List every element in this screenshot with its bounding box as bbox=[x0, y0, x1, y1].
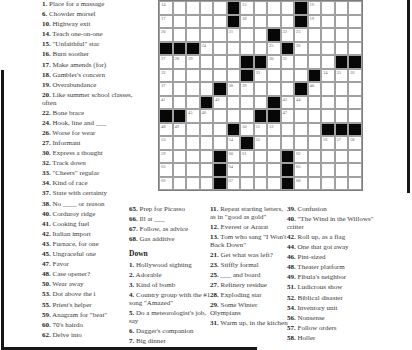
clue-item: 47. Favor bbox=[42, 261, 143, 269]
clue-number: 52. bbox=[287, 294, 296, 302]
clue-item: 18. Gambler's concern bbox=[42, 72, 143, 80]
white-square bbox=[281, 136, 295, 150]
clue-item: 2. Adorable bbox=[129, 272, 215, 280]
clue-item: 42. Italian import bbox=[42, 231, 143, 239]
black-square bbox=[335, 123, 349, 137]
cell-number: 40 bbox=[310, 83, 315, 88]
clue-item: 7. Big dinner bbox=[129, 338, 215, 346]
white-square bbox=[321, 150, 335, 164]
white-square: 29 bbox=[186, 55, 200, 69]
clue-item: 4. Country group with the #1 song "Amaze… bbox=[129, 292, 215, 308]
clue-number: 3. bbox=[129, 281, 134, 289]
white-square: 62 bbox=[294, 150, 308, 164]
cell-number: 14 bbox=[161, 2, 166, 7]
clue-number: 29. bbox=[210, 301, 219, 309]
clue-number: 48. bbox=[42, 270, 51, 278]
clue-item: 1. Hollywood sighting bbox=[129, 262, 215, 270]
white-square: 16 bbox=[308, 1, 322, 15]
cell-number: 52 bbox=[269, 124, 274, 129]
white-square bbox=[227, 96, 241, 110]
white-square bbox=[267, 163, 281, 177]
clue-number: 47. bbox=[42, 260, 51, 268]
clue-item: 17. Make amends (for) bbox=[42, 62, 143, 70]
cell-number: 59 bbox=[161, 151, 166, 156]
white-square bbox=[200, 177, 214, 191]
clue-item: 60. 70's hairdo bbox=[42, 322, 143, 330]
down-clue-list-1: 1. Hollywood sighting2. Adorable3. Kind … bbox=[129, 262, 215, 346]
clue-number: 58. bbox=[287, 334, 296, 342]
clue-number: 25. bbox=[210, 271, 219, 279]
cell-number: 25 bbox=[269, 43, 274, 48]
clue-number: 54. bbox=[287, 304, 296, 312]
clue-item: 31. Warm up, in the kitchen bbox=[210, 320, 289, 328]
white-square bbox=[254, 177, 268, 191]
clue-number: 57. bbox=[287, 324, 296, 332]
white-square: 44 bbox=[294, 96, 308, 110]
white-square bbox=[335, 42, 349, 56]
white-square bbox=[173, 15, 187, 29]
white-square bbox=[308, 55, 322, 69]
clue-number: 1. bbox=[42, 0, 47, 8]
across-clue-list-tail: 65. Prep for Picasso66. Ill at ___67. Fo… bbox=[129, 206, 215, 244]
white-square bbox=[200, 150, 214, 164]
clue-number: 21. bbox=[210, 251, 219, 259]
white-square bbox=[348, 82, 362, 96]
clue-item: 20. Like summer school classes, often bbox=[42, 92, 143, 108]
black-square bbox=[227, 15, 241, 29]
cell-number: 33 bbox=[256, 70, 261, 75]
white-square bbox=[308, 177, 322, 191]
white-square: 59 bbox=[159, 150, 173, 164]
clue-number: 16. bbox=[42, 50, 51, 58]
white-square bbox=[281, 15, 295, 29]
white-square bbox=[294, 136, 308, 150]
clue-item: 29. Some Winter Olympians bbox=[210, 302, 289, 318]
white-square bbox=[308, 42, 322, 56]
cell-number: 65 bbox=[296, 164, 301, 169]
white-square bbox=[348, 42, 362, 56]
white-square bbox=[200, 28, 214, 42]
white-square: 66 bbox=[159, 177, 173, 191]
white-square bbox=[308, 163, 322, 177]
clue-item: 40. Corduroy ridge bbox=[42, 211, 143, 219]
clue-item: 45. Ungraceful one bbox=[42, 251, 143, 259]
black-square bbox=[240, 136, 254, 150]
clue-number: 41. bbox=[42, 220, 51, 228]
white-square bbox=[308, 123, 322, 137]
white-square bbox=[335, 1, 349, 15]
clue-number: 10. bbox=[42, 20, 51, 28]
white-square: 51 bbox=[254, 123, 268, 137]
white-square bbox=[213, 28, 227, 42]
white-square bbox=[240, 109, 254, 123]
clue-item: 54. Inventory unit bbox=[287, 305, 379, 313]
white-square bbox=[173, 1, 187, 15]
white-square bbox=[186, 177, 200, 191]
cell-number: 53 bbox=[161, 137, 166, 142]
white-square bbox=[213, 109, 227, 123]
white-square bbox=[227, 42, 241, 56]
clue-number: 19. bbox=[42, 81, 51, 89]
clue-number: 6. bbox=[129, 327, 134, 335]
clue-item: 50. Wear away bbox=[42, 281, 143, 289]
clue-number: 37. bbox=[42, 189, 51, 197]
white-square bbox=[335, 96, 349, 110]
clue-item: 24. Hook, line and ___ bbox=[42, 120, 143, 128]
white-square: 57 bbox=[335, 136, 349, 150]
clue-item: 23. Stiffly formal bbox=[210, 262, 289, 270]
cell-number: 27 bbox=[161, 56, 166, 61]
white-square: 36 bbox=[348, 69, 362, 83]
white-square bbox=[200, 69, 214, 83]
cell-number: 18 bbox=[242, 16, 247, 21]
clue-item: 27. Informant bbox=[42, 140, 143, 148]
clue-item: 53. Dot above the i bbox=[42, 291, 143, 299]
across-clue-list: 1. Place for a massage6. Chowder morsel1… bbox=[42, 1, 143, 342]
clue-number: 7. bbox=[129, 337, 134, 345]
clue-item: 1. Place for a massage bbox=[42, 1, 143, 9]
clue-item: 51. Ludicrous show bbox=[287, 284, 379, 292]
clue-number: 14. bbox=[42, 30, 51, 38]
clue-number: 18. bbox=[42, 71, 51, 79]
white-square: 20 bbox=[159, 28, 173, 42]
white-square: 43 bbox=[281, 96, 295, 110]
cell-number: 20 bbox=[161, 29, 166, 34]
black-square bbox=[294, 15, 308, 29]
white-square: 27 bbox=[159, 55, 173, 69]
white-square bbox=[200, 82, 214, 96]
clue-number: 42. bbox=[287, 233, 296, 241]
clue-number: 31. bbox=[210, 319, 219, 327]
white-square bbox=[267, 82, 281, 96]
clue-item: 56. Nonsense bbox=[287, 315, 379, 323]
clue-item: 65. Prep for Picasso bbox=[129, 206, 215, 214]
white-square bbox=[254, 28, 268, 42]
white-square: 40 bbox=[308, 82, 322, 96]
clue-number: 49. bbox=[287, 273, 296, 281]
white-square: 38 bbox=[227, 82, 241, 96]
white-square: 19 bbox=[308, 15, 322, 29]
white-square bbox=[267, 150, 281, 164]
white-square bbox=[321, 82, 335, 96]
white-square: 46 bbox=[200, 109, 214, 123]
clue-number: 66. bbox=[129, 215, 138, 223]
black-square bbox=[321, 123, 335, 137]
cell-number: 44 bbox=[296, 97, 301, 102]
white-square bbox=[173, 69, 187, 83]
white-square: 55 bbox=[254, 136, 268, 150]
white-square bbox=[186, 69, 200, 83]
white-square bbox=[267, 69, 281, 83]
black-square bbox=[159, 109, 173, 123]
white-square bbox=[213, 42, 227, 56]
white-square: 37 bbox=[159, 82, 173, 96]
white-square: 54 bbox=[227, 136, 241, 150]
white-square bbox=[254, 15, 268, 29]
crossword-grid: 1415161718192021222324252627282930313233… bbox=[158, 0, 363, 191]
white-square bbox=[254, 82, 268, 96]
white-square bbox=[173, 163, 187, 177]
white-square bbox=[213, 69, 227, 83]
white-square bbox=[335, 177, 349, 191]
cell-number: 34 bbox=[323, 70, 328, 75]
clue-number: 24. bbox=[42, 119, 51, 127]
clue-item: 59. Anagram for "beat" bbox=[42, 312, 143, 320]
white-square bbox=[254, 42, 268, 56]
clue-number: 56. bbox=[287, 314, 296, 322]
clue-item: 6. Dagger's companion bbox=[129, 328, 215, 336]
cell-number: 19 bbox=[310, 16, 315, 21]
clue-number: 5. bbox=[129, 309, 134, 317]
black-square bbox=[281, 150, 295, 164]
white-square: 65 bbox=[294, 163, 308, 177]
white-square: 15 bbox=[240, 1, 254, 15]
black-square bbox=[294, 1, 308, 15]
white-square bbox=[294, 109, 308, 123]
white-square bbox=[321, 15, 335, 29]
white-square bbox=[173, 28, 187, 42]
white-square bbox=[254, 163, 268, 177]
black-square bbox=[308, 69, 322, 83]
white-square bbox=[200, 1, 214, 15]
white-square bbox=[308, 136, 322, 150]
cell-number: 15 bbox=[242, 2, 247, 7]
clue-item: 10. Highway exit bbox=[42, 21, 143, 29]
white-square bbox=[321, 177, 335, 191]
white-square bbox=[308, 28, 322, 42]
clue-number: 20. bbox=[42, 91, 51, 99]
cell-number: 47 bbox=[283, 110, 288, 115]
cell-number: 51 bbox=[256, 124, 261, 129]
white-square bbox=[308, 150, 322, 164]
clue-column-2: 65. Prep for Picasso66. Ill at ___67. Fo… bbox=[129, 206, 215, 348]
white-square bbox=[335, 28, 349, 42]
clue-item: 52. Biblical disaster bbox=[287, 295, 379, 303]
white-square: 50 bbox=[240, 123, 254, 137]
cell-number: 67 bbox=[229, 178, 234, 183]
white-square bbox=[213, 1, 227, 15]
clue-number: 34. bbox=[42, 179, 51, 187]
clue-item: 62. Delve into bbox=[42, 332, 143, 340]
clue-item: 25. ___ and board bbox=[210, 272, 289, 280]
black-square bbox=[213, 177, 227, 191]
white-square: 41 bbox=[159, 96, 173, 110]
black-square bbox=[173, 42, 187, 56]
white-square bbox=[186, 150, 200, 164]
white-square bbox=[254, 150, 268, 164]
black-square bbox=[294, 82, 308, 96]
white-square bbox=[267, 1, 281, 15]
cell-number: 54 bbox=[229, 137, 234, 142]
white-square bbox=[348, 177, 362, 191]
white-square bbox=[200, 163, 214, 177]
cell-number: 35 bbox=[337, 70, 342, 75]
white-square: 60 bbox=[227, 150, 241, 164]
clue-item: 43. Furnace, for one bbox=[42, 241, 143, 249]
clue-number: 6. bbox=[42, 10, 47, 18]
white-square: 22 bbox=[281, 28, 295, 42]
white-square bbox=[173, 177, 187, 191]
white-square: 53 bbox=[159, 136, 173, 150]
clue-number: 53. bbox=[42, 290, 51, 298]
white-square bbox=[240, 42, 254, 56]
clue-number: 28. bbox=[210, 291, 219, 299]
clue-item: 33. "Cheers" regular bbox=[42, 170, 143, 178]
clue-item: 13. Tom who sang "I Won't Back Down" bbox=[210, 234, 289, 250]
white-square bbox=[267, 136, 281, 150]
clue-item: 32. Track down bbox=[42, 160, 143, 168]
white-square bbox=[240, 163, 254, 177]
cell-number: 26 bbox=[296, 43, 301, 48]
cell-number: 46 bbox=[202, 110, 207, 115]
black-square bbox=[348, 55, 362, 69]
clue-number: 23. bbox=[210, 261, 219, 269]
black-square bbox=[213, 163, 227, 177]
clue-item: 68. Gas additive bbox=[129, 236, 215, 244]
white-square: 67 bbox=[227, 177, 241, 191]
cell-number: 30 bbox=[269, 56, 274, 61]
white-square bbox=[267, 177, 281, 191]
white-square bbox=[348, 150, 362, 164]
clue-number: 40. bbox=[42, 210, 51, 218]
clue-item: 39. Confusion bbox=[287, 206, 379, 214]
clue-item: 41. Cooking fuel bbox=[42, 221, 143, 229]
white-square bbox=[335, 15, 349, 29]
clue-number: 48. bbox=[287, 263, 296, 271]
cell-number: 60 bbox=[229, 151, 234, 156]
white-square bbox=[200, 15, 214, 29]
white-square: 32 bbox=[159, 69, 173, 83]
white-square bbox=[348, 96, 362, 110]
white-square bbox=[335, 82, 349, 96]
clue-number: 51. bbox=[287, 283, 296, 291]
black-square bbox=[213, 82, 227, 96]
clue-number: 33. bbox=[42, 169, 51, 177]
cell-number: 58 bbox=[350, 137, 355, 142]
white-square bbox=[281, 123, 295, 137]
white-square: 23 bbox=[294, 28, 308, 42]
white-square bbox=[294, 55, 308, 69]
white-square: 63 bbox=[159, 163, 173, 177]
clue-item: 6. Chowder morsel bbox=[42, 11, 143, 19]
white-square: 30 bbox=[267, 55, 281, 69]
white-square bbox=[240, 96, 254, 110]
cell-number: 56 bbox=[323, 137, 328, 142]
cell-number: 32 bbox=[161, 70, 166, 75]
white-square bbox=[335, 109, 349, 123]
white-square bbox=[213, 136, 227, 150]
clue-item: 37. State with certainty bbox=[42, 190, 143, 198]
white-square: 18 bbox=[240, 15, 254, 29]
clue-number: 42. bbox=[42, 230, 51, 238]
clue-number: 12. bbox=[210, 223, 219, 231]
white-square bbox=[213, 123, 227, 137]
clue-number: 27. bbox=[42, 139, 51, 147]
white-square bbox=[227, 109, 241, 123]
white-square bbox=[321, 163, 335, 177]
cell-number: 31 bbox=[283, 56, 288, 61]
white-square bbox=[281, 69, 295, 83]
clue-item: 19. Overabundance bbox=[42, 82, 143, 90]
clue-number: 27. bbox=[210, 281, 219, 289]
white-square bbox=[173, 82, 187, 96]
cell-number: 49 bbox=[175, 124, 180, 129]
white-square: 61 bbox=[240, 150, 254, 164]
clue-item: 67. Follow, as advice bbox=[129, 226, 215, 234]
clue-number: 40. bbox=[287, 215, 296, 223]
white-square bbox=[254, 1, 268, 15]
black-square bbox=[173, 109, 187, 123]
clue-item: 22. Bone brace bbox=[42, 110, 143, 118]
white-square bbox=[173, 96, 187, 110]
clue-number: 55. bbox=[42, 301, 51, 309]
white-square: 52 bbox=[267, 123, 281, 137]
clue-item: 3. Kind of bomb bbox=[129, 282, 215, 290]
black-square bbox=[213, 150, 227, 164]
cell-number: 37 bbox=[161, 83, 166, 88]
clue-number: 11. bbox=[210, 205, 218, 213]
white-square bbox=[348, 109, 362, 123]
clue-number: 22. bbox=[42, 109, 51, 117]
white-square bbox=[348, 1, 362, 15]
white-square bbox=[335, 150, 349, 164]
clue-number: 15. bbox=[42, 40, 51, 48]
white-square bbox=[186, 15, 200, 29]
white-square bbox=[200, 136, 214, 150]
white-square bbox=[213, 55, 227, 69]
clue-number: 60. bbox=[42, 321, 51, 329]
cell-number: 48 bbox=[161, 124, 166, 129]
clue-item: 58. Holler bbox=[287, 335, 379, 343]
white-square bbox=[213, 15, 227, 29]
clue-number: 65. bbox=[129, 205, 138, 213]
white-square bbox=[267, 15, 281, 29]
cell-number: 41 bbox=[161, 97, 166, 102]
clue-item: 28. Exploding star bbox=[210, 292, 289, 300]
cell-number: 16 bbox=[310, 2, 315, 7]
white-square: 56 bbox=[321, 136, 335, 150]
white-square: 64 bbox=[227, 163, 241, 177]
white-square bbox=[281, 1, 295, 15]
black-square bbox=[240, 69, 254, 83]
clue-number: 68. bbox=[129, 235, 138, 243]
white-square bbox=[186, 82, 200, 96]
cell-number: 39 bbox=[242, 83, 247, 88]
black-square bbox=[267, 28, 281, 42]
black-square bbox=[348, 123, 362, 137]
black-square bbox=[281, 163, 295, 177]
white-square: 68 bbox=[294, 177, 308, 191]
black-square bbox=[240, 55, 254, 69]
white-square: 42 bbox=[213, 96, 227, 110]
white-square bbox=[254, 96, 268, 110]
black-square bbox=[267, 109, 281, 123]
white-square bbox=[294, 123, 308, 137]
white-square bbox=[321, 55, 335, 69]
clue-item: 14. Teach one-on-one bbox=[42, 31, 143, 39]
black-square bbox=[200, 96, 214, 110]
page-border-right bbox=[407, 0, 410, 193]
clue-number: 38. bbox=[42, 200, 51, 208]
clue-item: 49. Fibula's neighbor bbox=[287, 274, 379, 282]
black-square bbox=[227, 123, 241, 137]
white-square: 14 bbox=[159, 1, 173, 15]
white-square: 49 bbox=[173, 123, 187, 137]
black-square bbox=[281, 177, 295, 191]
white-square bbox=[186, 1, 200, 15]
clue-item: 46. Pint-sized bbox=[287, 254, 379, 262]
white-square: 17 bbox=[159, 15, 173, 29]
